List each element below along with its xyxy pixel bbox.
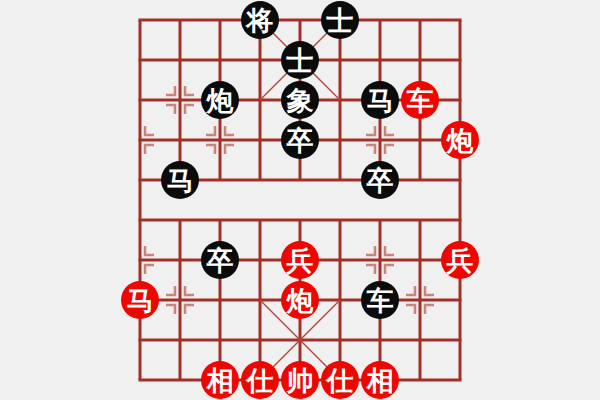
- piece-black-advisor[interactable]: 士: [321, 1, 359, 39]
- piece-black-elephant[interactable]: 象: [281, 81, 319, 119]
- piece-black-horse[interactable]: 马: [361, 81, 399, 119]
- piece-black-horse[interactable]: 马: [161, 161, 199, 199]
- piece-red-chariot[interactable]: 车: [401, 81, 439, 119]
- piece-red-general[interactable]: 帅: [281, 361, 319, 399]
- piece-red-elephant[interactable]: 相: [201, 361, 239, 399]
- piece-red-elephant[interactable]: 相: [361, 361, 399, 399]
- piece-red-cannon[interactable]: 炮: [441, 121, 479, 159]
- piece-black-pawn[interactable]: 卒: [281, 121, 319, 159]
- xiangqi-board: 将士士炮象马车卒炮马卒卒兵兵马炮车相仕帅仕相: [0, 0, 600, 400]
- board-grid[interactable]: 将士士炮象马车卒炮马卒卒兵兵马炮车相仕帅仕相: [120, 0, 480, 400]
- piece-red-pawn[interactable]: 兵: [281, 241, 319, 279]
- piece-black-cannon[interactable]: 炮: [201, 81, 239, 119]
- piece-black-chariot[interactable]: 车: [361, 281, 399, 319]
- piece-red-horse[interactable]: 马: [121, 281, 159, 319]
- piece-black-advisor[interactable]: 士: [281, 41, 319, 79]
- piece-black-pawn[interactable]: 卒: [201, 241, 239, 279]
- piece-black-general[interactable]: 将: [241, 1, 279, 39]
- piece-red-advisor[interactable]: 仕: [321, 361, 359, 399]
- piece-red-cannon[interactable]: 炮: [281, 281, 319, 319]
- piece-red-advisor[interactable]: 仕: [241, 361, 279, 399]
- piece-red-pawn[interactable]: 兵: [441, 241, 479, 279]
- piece-black-pawn[interactable]: 卒: [361, 161, 399, 199]
